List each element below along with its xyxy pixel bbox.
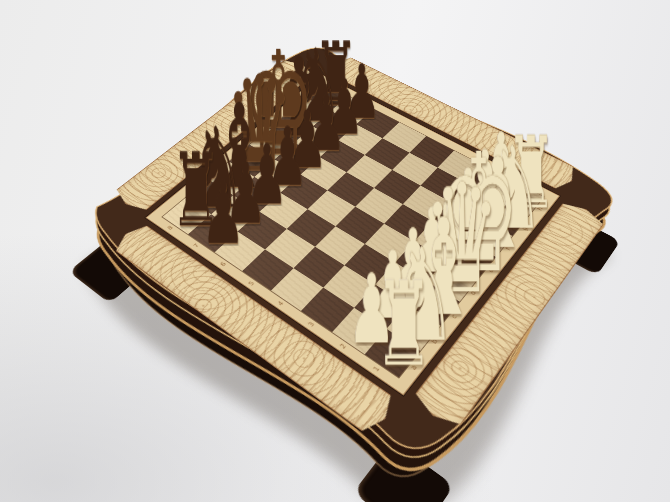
chess-box: 87654321abcdefgh ♜♞♝♛♚♝♞♜♟♟♟♟♟♟♟♟♟♟♟♟♟♟♟… — [54, 29, 646, 502]
backdrop: 87654321abcdefgh ♜♞♝♛♚♝♞♜♟♟♟♟♟♟♟♟♟♟♟♟♟♟♟… — [0, 0, 670, 502]
